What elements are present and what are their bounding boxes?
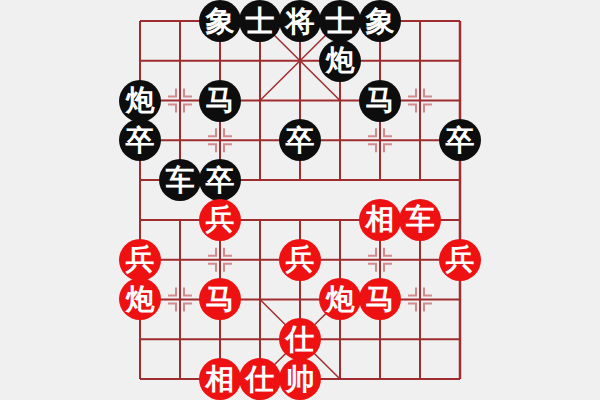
piece-red-cannon[interactable]: 炮 <box>119 278 161 320</box>
piece-black-general[interactable]: 将 <box>279 0 321 42</box>
piece-black-horse[interactable]: 马 <box>199 80 241 122</box>
xiangqi-board: 象士将士象炮炮马马卒卒卒车卒兵相车兵兵兵炮马炮马仕相仕帅 <box>0 0 600 400</box>
piece-black-elephant[interactable]: 象 <box>199 0 241 42</box>
piece-black-advisor[interactable]: 士 <box>239 0 281 42</box>
piece-red-chariot[interactable]: 车 <box>399 199 441 241</box>
piece-black-cannon[interactable]: 炮 <box>119 80 161 122</box>
piece-red-advisor[interactable]: 仕 <box>279 318 321 360</box>
piece-red-advisor[interactable]: 仕 <box>239 358 281 400</box>
piece-red-soldier[interactable]: 兵 <box>119 239 161 281</box>
piece-black-horse[interactable]: 马 <box>359 80 401 122</box>
piece-black-chariot[interactable]: 车 <box>159 159 201 201</box>
piece-red-soldier[interactable]: 兵 <box>199 199 241 241</box>
piece-black-advisor[interactable]: 士 <box>319 0 361 42</box>
piece-red-elephant[interactable]: 相 <box>359 199 401 241</box>
piece-red-cannon[interactable]: 炮 <box>319 278 361 320</box>
piece-red-soldier[interactable]: 兵 <box>439 239 481 281</box>
piece-black-soldier[interactable]: 卒 <box>199 159 241 201</box>
piece-black-elephant[interactable]: 象 <box>359 0 401 42</box>
piece-black-cannon[interactable]: 炮 <box>319 40 361 82</box>
piece-red-elephant[interactable]: 相 <box>199 358 241 400</box>
piece-red-soldier[interactable]: 兵 <box>279 239 321 281</box>
piece-red-general[interactable]: 帅 <box>279 358 321 400</box>
